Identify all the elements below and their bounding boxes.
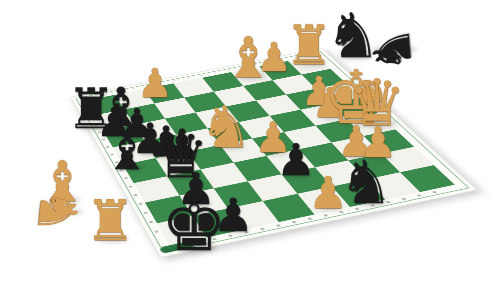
tan-pawn-glyph: ♟ (308, 171, 347, 215)
black-king-glyph: ♚ (161, 187, 227, 261)
tan-knight-glyph: ♞ (30, 186, 87, 238)
scene: ♟♝♟♜♟♟♚♛♞♟♟♟♟♝♞♜♜♝♟♟♝♟♟♟♛♟♚♟♟♞♞♞ (0, 0, 500, 282)
tan-rook-glyph: ♜ (85, 193, 135, 249)
black-bishop-glyph: ♝ (104, 125, 151, 177)
tan-bishop-glyph: ♝ (223, 30, 273, 86)
